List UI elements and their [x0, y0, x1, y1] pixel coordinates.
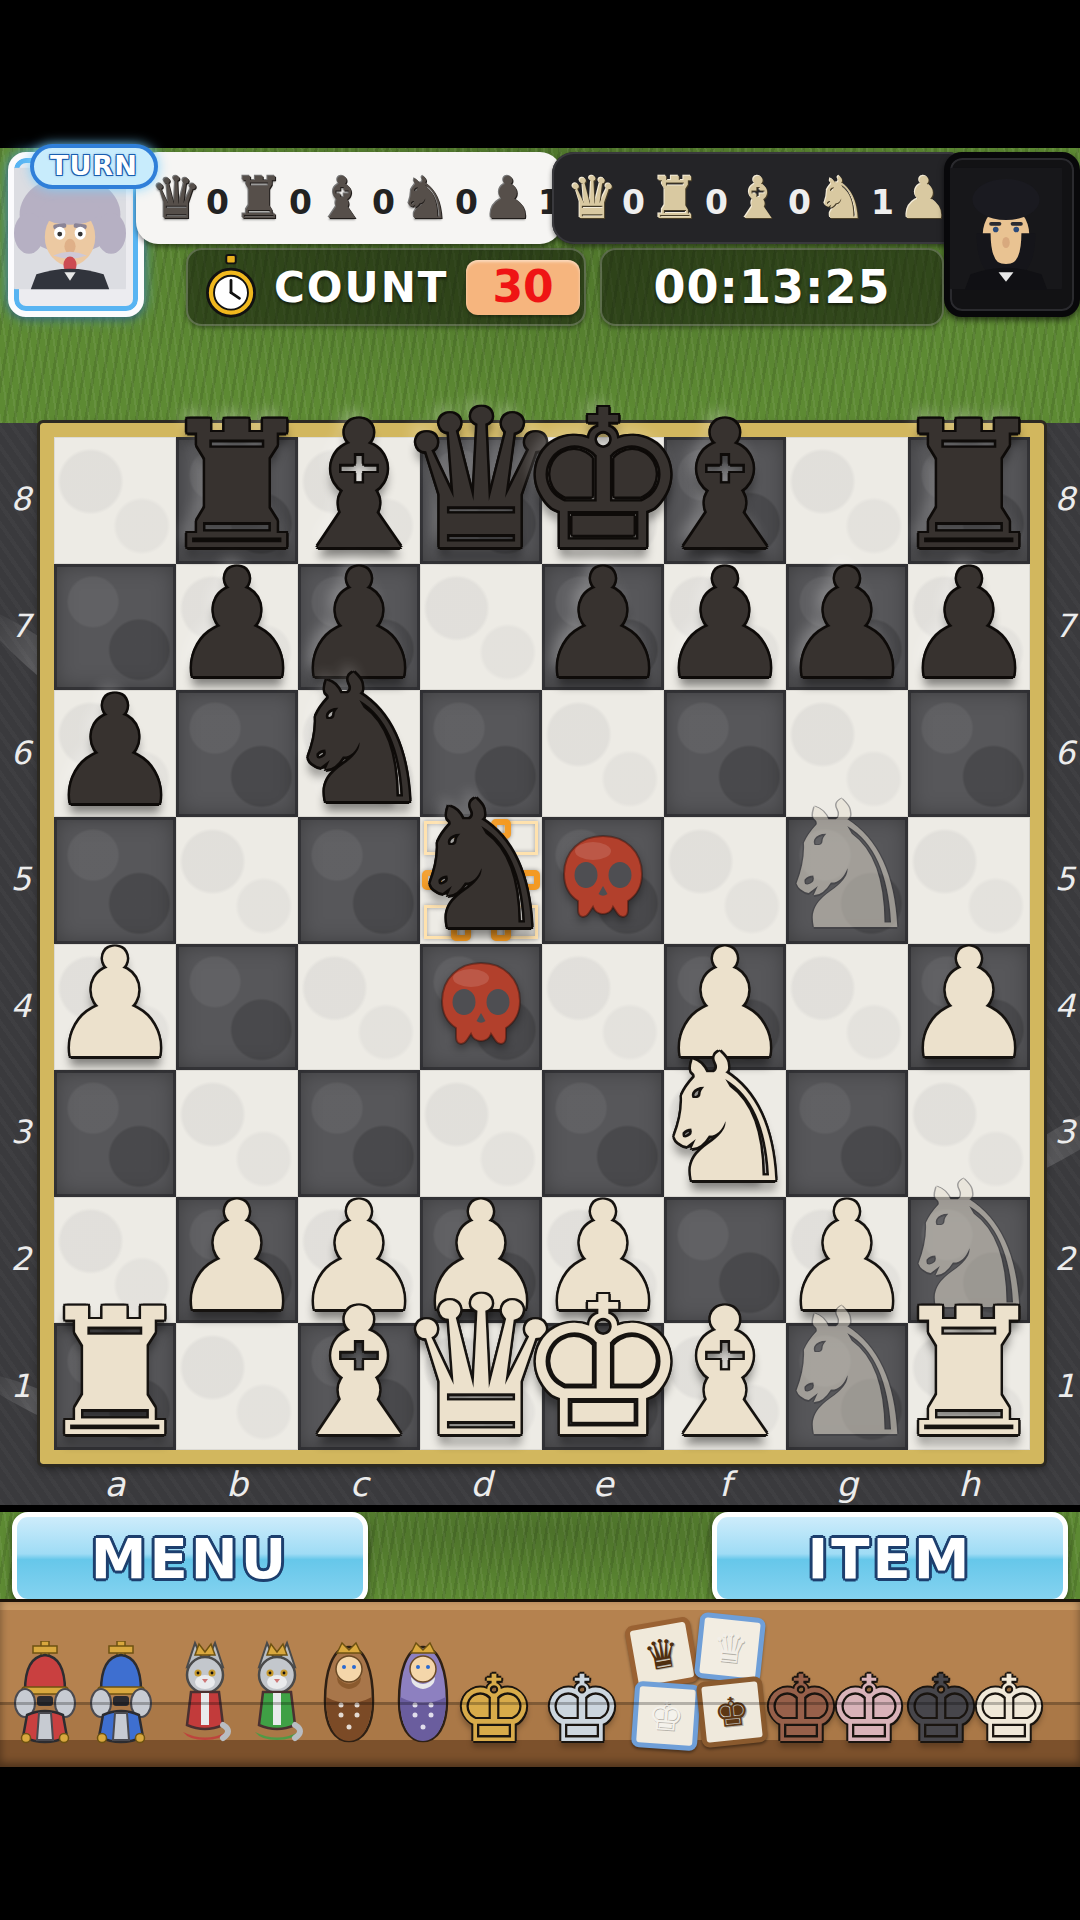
cell-f7: ♟	[664, 564, 786, 691]
count-badge: 30	[466, 260, 579, 315]
rank-label-right-3: 3	[1048, 1113, 1080, 1151]
board-theme-tile: ♛	[694, 1612, 767, 1685]
cell-d5: ♞	[420, 817, 542, 944]
knight-icon: ♞	[815, 172, 867, 224]
tile-set-icon: ♛♛♚♚	[627, 1621, 761, 1749]
tray-item-classic-king-silver[interactable]: ♚	[548, 1671, 616, 1749]
rank-label-right-1: 1	[1048, 1367, 1080, 1405]
rank-label-left-3: 3	[4, 1113, 38, 1151]
classic-king-rose-icon: ♚	[828, 1671, 910, 1749]
rank-label-left-5: 5	[4, 860, 38, 898]
move-count-bar: COUNT 30	[186, 248, 586, 326]
rank-label-left-1: 1	[4, 1367, 38, 1405]
captured-knight-item: ♞0	[399, 172, 480, 224]
captured-knight-count: 0	[455, 183, 478, 222]
menu-button-label: MENU	[91, 1526, 289, 1591]
classic-king-ivory-icon: ♚	[968, 1671, 1050, 1749]
rank-label-right-2: 2	[1048, 1240, 1080, 1278]
rank-label-left-2: 2	[4, 1240, 38, 1278]
rank-label-right-6: 6	[1048, 734, 1080, 772]
rook-icon: ♜	[233, 172, 285, 224]
game-timer: 00:13:25	[654, 260, 891, 314]
cell-a4: ♟	[54, 944, 176, 1071]
piece-black-knight-d5[interactable]: ♞	[402, 795, 560, 939]
tray-item-classic-king-gold[interactable]: ♚	[462, 1671, 526, 1749]
rank-label-left-4: 4	[4, 987, 38, 1025]
helm-king-red-icon	[13, 1641, 77, 1749]
tray-item-helm-king-red[interactable]	[12, 1641, 78, 1749]
item-tray: ♚♚♛♛♚♚♚♚♚♚	[0, 1602, 1080, 1767]
board-theme-tile: ♚	[696, 1676, 769, 1749]
piece-white-rook-a1[interactable]: ♜	[36, 1302, 194, 1446]
piece-white-pawn-a4[interactable]: ♟	[48, 943, 182, 1066]
captured-bishop-count: 0	[788, 183, 811, 222]
knight-icon: ♞	[399, 172, 451, 224]
board-theme-tile: ♚	[631, 1681, 701, 1751]
item-button-label: ITEM	[807, 1526, 972, 1591]
tray-item-classic-king-dark[interactable]: ♚	[908, 1671, 974, 1749]
tile-piece-glyph: ♛	[710, 1626, 750, 1670]
classic-king-gold-icon: ♚	[453, 1671, 535, 1749]
cell-a1: ♜	[54, 1323, 176, 1450]
captured-bishop-item: ♝0	[316, 172, 397, 224]
tray-item-helm-king-blue[interactable]	[88, 1641, 154, 1749]
queen-icon: ♛	[150, 172, 202, 224]
board-theme-tile: ♛	[624, 1616, 700, 1692]
captured-rook-item: ♜0	[233, 172, 314, 224]
piece-white-rook-h1[interactable]: ♜	[890, 1302, 1048, 1446]
count-label: COUNT	[274, 263, 448, 312]
classic-king-silver-icon: ♚	[541, 1671, 623, 1749]
captured-pieces-panel-left: ♛0♜0♝0♞0♟1	[136, 152, 562, 244]
cell-e7: ♟	[542, 564, 664, 691]
queen-icon: ♛	[566, 172, 618, 224]
tile-piece-glyph: ♚	[712, 1690, 752, 1734]
rank-label-right-5: 5	[1048, 860, 1080, 898]
bishop-icon: ♝	[732, 172, 784, 224]
tray-item-doll-king-purple[interactable]	[390, 1639, 456, 1749]
captured-queen-item: ♛0	[566, 172, 647, 224]
tile-piece-glyph: ♛	[641, 1631, 683, 1677]
piece-black-pawn-h7[interactable]: ♟	[902, 563, 1036, 686]
cell-g7: ♟	[786, 564, 908, 691]
captured-knight-item: ♞1	[815, 172, 896, 224]
tile-piece-glyph: ♚	[647, 1695, 686, 1737]
tray-item-cat-king-green[interactable]	[244, 1639, 310, 1749]
rank-label-left-7: 7	[4, 607, 38, 645]
rank-label-right-4: 4	[1048, 987, 1080, 1025]
helm-king-blue-icon	[89, 1641, 153, 1749]
captured-bishop-item: ♝0	[732, 172, 813, 224]
tray-item-classic-king-copper[interactable]: ♚	[768, 1671, 834, 1749]
tray-item-doll-king-brown[interactable]	[316, 1639, 382, 1749]
captured-pieces-panel-right: ♛0♜0♝0♞1♟0	[552, 152, 970, 244]
doll-king-brown-icon	[317, 1639, 381, 1749]
count-value: 30	[492, 261, 553, 312]
item-button[interactable]: ITEM	[712, 1512, 1068, 1604]
stopwatch-icon	[202, 254, 260, 320]
piece-white-pawn-h4[interactable]: ♟	[902, 943, 1036, 1066]
pawn-icon: ♟	[482, 172, 534, 224]
piece-black-pawn-g7[interactable]: ♟	[780, 563, 914, 686]
cat-king-green-icon	[245, 1639, 309, 1749]
piece-black-pawn-a6[interactable]: ♟	[48, 690, 182, 813]
doll-king-purple-icon	[391, 1639, 455, 1749]
captured-queen-count: 0	[206, 183, 229, 222]
captured-queen-count: 0	[622, 183, 645, 222]
cat-king-red-icon	[173, 1639, 237, 1749]
rank-label-right-7: 7	[1048, 607, 1080, 645]
captured-rook-count: 0	[705, 183, 728, 222]
turn-badge: TURN	[30, 144, 158, 189]
piece-black-pawn-e7[interactable]: ♟	[536, 563, 670, 686]
player-avatar-lincoln	[944, 152, 1080, 317]
rank-label-left-8: 8	[4, 480, 38, 518]
captured-pawn-item: ♟1	[482, 172, 563, 224]
lincoln-portrait	[950, 158, 1062, 299]
captured-bishop-count: 0	[372, 183, 395, 222]
piece-black-pawn-f7[interactable]: ♟	[658, 563, 792, 686]
bishop-icon: ♝	[316, 172, 368, 224]
piece-white-bishop-f1[interactable]: ♝	[646, 1302, 804, 1446]
square-e5[interactable]	[542, 817, 664, 944]
rank-label-left-6: 6	[4, 734, 38, 772]
chess-app: TURN ♛0♜0♝0♞0♟1 ♛0♜0♝0♞1♟0 COUNT 30	[0, 0, 1080, 1920]
square-b4[interactable]	[176, 944, 298, 1071]
captured-knight-count: 1	[871, 183, 894, 222]
cell-f3: ♞	[664, 1070, 786, 1197]
cell-h4: ♟	[908, 944, 1030, 1071]
tray-item-tile-set[interactable]: ♛♛♚♚	[626, 1621, 762, 1749]
tray-item-cat-king-red[interactable]	[172, 1639, 238, 1749]
cell-f1: ♝	[664, 1323, 786, 1450]
cell-g5: ♞	[786, 817, 908, 944]
pawn-icon: ♟	[898, 172, 950, 224]
cell-a6: ♟	[54, 690, 176, 817]
rook-icon: ♜	[649, 172, 701, 224]
cell-h7: ♟	[908, 564, 1030, 691]
rank-label-right-8: 8	[1048, 480, 1080, 518]
captured-queen-item: ♛0	[150, 172, 231, 224]
game-timer-bar: 00:13:25	[600, 248, 944, 326]
cell-h1: ♜	[908, 1323, 1030, 1450]
captured-rook-item: ♜0	[649, 172, 730, 224]
captured-rook-count: 0	[289, 183, 312, 222]
tray-item-classic-king-rose[interactable]: ♚	[836, 1671, 902, 1749]
tray-item-classic-king-ivory[interactable]: ♚	[976, 1671, 1042, 1749]
menu-button[interactable]: MENU	[12, 1512, 368, 1604]
